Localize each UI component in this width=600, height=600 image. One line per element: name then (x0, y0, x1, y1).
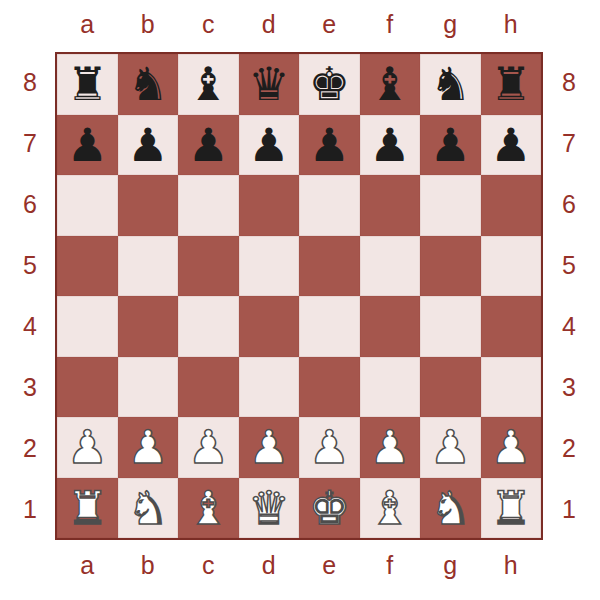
rank-label-left-2: 2 (12, 418, 48, 479)
file-label-top-d: d (239, 6, 300, 42)
file-label-bottom-h: h (481, 547, 542, 583)
square-h5[interactable] (481, 236, 542, 297)
square-c8[interactable]: ♝ (178, 54, 239, 115)
black-pawn: ♟ (420, 115, 481, 176)
square-h3[interactable] (481, 357, 542, 418)
black-pawn: ♟ (239, 115, 300, 176)
square-a3[interactable] (57, 357, 118, 418)
square-e6[interactable] (299, 175, 360, 236)
file-label-bottom-a: a (57, 547, 118, 583)
file-label-top-e: e (299, 6, 360, 42)
black-bishop: ♝ (178, 54, 239, 115)
rank-label-left-3: 3 (12, 357, 48, 418)
square-f4[interactable] (360, 296, 421, 357)
square-a2[interactable]: ♟ (57, 417, 118, 478)
square-b3[interactable] (118, 357, 179, 418)
file-label-top-h: h (481, 6, 542, 42)
square-c3[interactable] (178, 357, 239, 418)
square-a6[interactable] (57, 175, 118, 236)
black-rook: ♜ (481, 54, 542, 115)
black-pawn: ♟ (360, 115, 421, 176)
square-e4[interactable] (299, 296, 360, 357)
black-bishop: ♝ (360, 54, 421, 115)
white-pawn: ♟ (360, 417, 421, 478)
rank-label-right-1: 1 (551, 479, 587, 540)
black-pawn: ♟ (118, 115, 179, 176)
square-d4[interactable] (239, 296, 300, 357)
square-h2[interactable]: ♟ (481, 417, 542, 478)
file-label-top-f: f (360, 6, 421, 42)
white-queen: ♛ (239, 478, 300, 539)
square-e7[interactable]: ♟ (299, 115, 360, 176)
square-b6[interactable] (118, 175, 179, 236)
rank-label-right-7: 7 (551, 113, 587, 174)
rank-label-right-4: 4 (551, 296, 587, 357)
black-pawn: ♟ (178, 115, 239, 176)
square-c2[interactable]: ♟ (178, 417, 239, 478)
file-labels-top: abcdefgh (57, 6, 541, 42)
rank-labels-left: 87654321 (12, 52, 48, 540)
square-c1[interactable]: ♝ (178, 478, 239, 539)
white-rook: ♜ (481, 478, 542, 539)
black-rook: ♜ (57, 54, 118, 115)
rank-label-left-6: 6 (12, 174, 48, 235)
white-pawn: ♟ (178, 417, 239, 478)
white-bishop: ♝ (360, 478, 421, 539)
rank-label-right-6: 6 (551, 174, 587, 235)
square-b2[interactable]: ♟ (118, 417, 179, 478)
square-g5[interactable] (420, 236, 481, 297)
square-b1[interactable]: ♞ (118, 478, 179, 539)
square-h1[interactable]: ♜ (481, 478, 542, 539)
square-e1[interactable]: ♚ (299, 478, 360, 539)
rank-label-left-8: 8 (12, 52, 48, 113)
square-f1[interactable]: ♝ (360, 478, 421, 539)
file-label-top-c: c (178, 6, 239, 42)
square-h6[interactable] (481, 175, 542, 236)
white-rook: ♜ (57, 478, 118, 539)
white-pawn: ♟ (299, 417, 360, 478)
rank-label-left-5: 5 (12, 235, 48, 296)
square-d6[interactable] (239, 175, 300, 236)
square-g2[interactable]: ♟ (420, 417, 481, 478)
black-queen: ♛ (239, 54, 300, 115)
rank-label-right-3: 3 (551, 357, 587, 418)
white-pawn: ♟ (481, 417, 542, 478)
square-b5[interactable] (118, 236, 179, 297)
file-label-bottom-f: f (360, 547, 421, 583)
black-king: ♚ (299, 54, 360, 115)
square-a7[interactable]: ♟ (57, 115, 118, 176)
file-label-top-a: a (57, 6, 118, 42)
square-g3[interactable] (420, 357, 481, 418)
white-bishop: ♝ (178, 478, 239, 539)
square-h8[interactable]: ♜ (481, 54, 542, 115)
square-h4[interactable] (481, 296, 542, 357)
rank-label-left-7: 7 (12, 113, 48, 174)
square-e8[interactable]: ♚ (299, 54, 360, 115)
file-label-bottom-e: e (299, 547, 360, 583)
square-d7[interactable]: ♟ (239, 115, 300, 176)
square-b7[interactable]: ♟ (118, 115, 179, 176)
file-label-bottom-g: g (420, 547, 481, 583)
rank-label-right-2: 2 (551, 418, 587, 479)
square-d2[interactable]: ♟ (239, 417, 300, 478)
file-label-bottom-c: c (178, 547, 239, 583)
square-g7[interactable]: ♟ (420, 115, 481, 176)
square-g4[interactable] (420, 296, 481, 357)
white-king: ♚ (299, 478, 360, 539)
square-a5[interactable] (57, 236, 118, 297)
rank-label-right-8: 8 (551, 52, 587, 113)
white-pawn: ♟ (420, 417, 481, 478)
square-f7[interactable]: ♟ (360, 115, 421, 176)
square-c6[interactable] (178, 175, 239, 236)
square-d5[interactable] (239, 236, 300, 297)
square-a1[interactable]: ♜ (57, 478, 118, 539)
white-knight: ♞ (420, 478, 481, 539)
black-pawn: ♟ (299, 115, 360, 176)
file-label-bottom-b: b (118, 547, 179, 583)
square-c4[interactable] (178, 296, 239, 357)
rank-labels-right: 87654321 (551, 52, 587, 540)
square-f3[interactable] (360, 357, 421, 418)
square-e3[interactable] (299, 357, 360, 418)
rank-label-right-5: 5 (551, 235, 587, 296)
rank-label-left-1: 1 (12, 479, 48, 540)
square-g6[interactable] (420, 175, 481, 236)
rank-label-left-4: 4 (12, 296, 48, 357)
square-a4[interactable] (57, 296, 118, 357)
square-f8[interactable]: ♝ (360, 54, 421, 115)
square-d8[interactable]: ♛ (239, 54, 300, 115)
square-f5[interactable] (360, 236, 421, 297)
black-pawn: ♟ (57, 115, 118, 176)
square-g8[interactable]: ♞ (420, 54, 481, 115)
file-label-bottom-d: d (239, 547, 300, 583)
square-h7[interactable]: ♟ (481, 115, 542, 176)
chess-board: ♜♞♝♛♚♝♞♜♟♟♟♟♟♟♟♟♟♟♟♟♟♟♟♟♜♞♝♛♚♝♞♜ (55, 52, 543, 540)
square-d3[interactable] (239, 357, 300, 418)
file-label-top-b: b (118, 6, 179, 42)
white-pawn: ♟ (239, 417, 300, 478)
square-e5[interactable] (299, 236, 360, 297)
file-labels-bottom: abcdefgh (57, 547, 541, 583)
white-knight: ♞ (118, 478, 179, 539)
square-a8[interactable]: ♜ (57, 54, 118, 115)
file-label-top-g: g (420, 6, 481, 42)
white-pawn: ♟ (57, 417, 118, 478)
black-knight: ♞ (118, 54, 179, 115)
square-b8[interactable]: ♞ (118, 54, 179, 115)
square-f6[interactable] (360, 175, 421, 236)
white-pawn: ♟ (118, 417, 179, 478)
square-e2[interactable]: ♟ (299, 417, 360, 478)
black-pawn: ♟ (481, 115, 542, 176)
square-d1[interactable]: ♛ (239, 478, 300, 539)
square-f2[interactable]: ♟ (360, 417, 421, 478)
black-knight: ♞ (420, 54, 481, 115)
square-b4[interactable] (118, 296, 179, 357)
square-c7[interactable]: ♟ (178, 115, 239, 176)
square-g1[interactable]: ♞ (420, 478, 481, 539)
square-c5[interactable] (178, 236, 239, 297)
